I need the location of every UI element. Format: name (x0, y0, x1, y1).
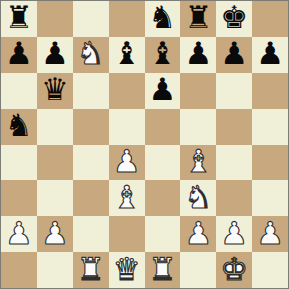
square-a1[interactable] (1, 252, 37, 288)
black-pawn-e6[interactable]: ♟ (149, 74, 177, 105)
square-g1[interactable]: ♚ (216, 252, 252, 288)
square-e8[interactable]: ♞ (145, 1, 181, 37)
square-a2[interactable]: ♟ (1, 216, 37, 252)
black-king-g8[interactable]: ♚ (220, 2, 248, 33)
square-h8[interactable] (252, 1, 288, 37)
white-pawn-f2[interactable]: ♟ (184, 218, 212, 249)
square-b4[interactable] (37, 145, 73, 181)
square-e2[interactable] (145, 216, 181, 252)
square-g2[interactable]: ♟ (216, 216, 252, 252)
white-knight-f3[interactable]: ♞ (184, 182, 212, 213)
square-e7[interactable]: ♝ (145, 37, 181, 73)
square-g3[interactable] (216, 180, 252, 216)
square-e1[interactable]: ♜ (145, 252, 181, 288)
square-b6[interactable]: ♛ (37, 73, 73, 109)
white-pawn-h2[interactable]: ♟ (256, 218, 284, 249)
square-c7[interactable]: ♞ (73, 37, 109, 73)
square-e4[interactable] (145, 145, 181, 181)
white-pawn-g2[interactable]: ♟ (220, 218, 248, 249)
square-g4[interactable] (216, 145, 252, 181)
square-a4[interactable] (1, 145, 37, 181)
square-d2[interactable] (109, 216, 145, 252)
square-g8[interactable]: ♚ (216, 1, 252, 37)
square-c5[interactable] (73, 109, 109, 145)
square-f4[interactable]: ♝ (180, 145, 216, 181)
black-bishop-d7[interactable]: ♝ (113, 38, 141, 69)
square-e6[interactable]: ♟ (145, 73, 181, 109)
square-c1[interactable]: ♜ (73, 252, 109, 288)
square-c4[interactable] (73, 145, 109, 181)
square-h2[interactable]: ♟ (252, 216, 288, 252)
black-knight-e8[interactable]: ♞ (149, 2, 177, 33)
square-g6[interactable] (216, 73, 252, 109)
square-a5[interactable]: ♞ (1, 109, 37, 145)
square-c6[interactable] (73, 73, 109, 109)
square-f1[interactable] (180, 252, 216, 288)
square-b2[interactable]: ♟ (37, 216, 73, 252)
square-g5[interactable] (216, 109, 252, 145)
white-knight-c7[interactable]: ♞ (77, 38, 105, 69)
square-f3[interactable]: ♞ (180, 180, 216, 216)
black-pawn-h7[interactable]: ♟ (256, 38, 284, 69)
black-rook-a8[interactable]: ♜ (5, 2, 33, 33)
square-b5[interactable] (37, 109, 73, 145)
black-pawn-f7[interactable]: ♟ (184, 38, 212, 69)
square-b8[interactable] (37, 1, 73, 37)
black-pawn-a7[interactable]: ♟ (5, 38, 33, 69)
square-f6[interactable] (180, 73, 216, 109)
white-pawn-b2[interactable]: ♟ (41, 218, 69, 249)
square-d3[interactable]: ♝ (109, 180, 145, 216)
square-f2[interactable]: ♟ (180, 216, 216, 252)
white-pawn-a2[interactable]: ♟ (5, 218, 33, 249)
square-h7[interactable]: ♟ (252, 37, 288, 73)
square-a3[interactable] (1, 180, 37, 216)
square-a7[interactable]: ♟ (1, 37, 37, 73)
square-c2[interactable] (73, 216, 109, 252)
white-bishop-f4[interactable]: ♝ (184, 146, 212, 177)
black-pawn-b7[interactable]: ♟ (41, 38, 69, 69)
white-king-g1[interactable]: ♚ (220, 254, 248, 285)
black-knight-a5[interactable]: ♞ (5, 110, 33, 141)
square-f5[interactable] (180, 109, 216, 145)
square-d4[interactable]: ♟ (109, 145, 145, 181)
square-a8[interactable]: ♜ (1, 1, 37, 37)
black-bishop-e7[interactable]: ♝ (149, 38, 177, 69)
square-d5[interactable] (109, 109, 145, 145)
square-f8[interactable]: ♜ (180, 1, 216, 37)
square-g7[interactable]: ♟ (216, 37, 252, 73)
square-e5[interactable] (145, 109, 181, 145)
white-bishop-d3[interactable]: ♝ (113, 182, 141, 213)
square-e3[interactable] (145, 180, 181, 216)
black-pawn-g7[interactable]: ♟ (220, 38, 248, 69)
black-rook-f8[interactable]: ♜ (184, 2, 212, 33)
square-c8[interactable] (73, 1, 109, 37)
square-f7[interactable]: ♟ (180, 37, 216, 73)
square-d1[interactable]: ♛ (109, 252, 145, 288)
square-b1[interactable] (37, 252, 73, 288)
white-queen-d1[interactable]: ♛ (113, 254, 141, 285)
chess-board-frame: ♜♞♜♚♟♟♞♝♝♟♟♟♛♟♞♟♝♝♞♟♟♟♟♟♜♛♜♚ (0, 0, 289, 289)
square-h1[interactable] (252, 252, 288, 288)
square-h3[interactable] (252, 180, 288, 216)
white-rook-e1[interactable]: ♜ (149, 254, 177, 285)
square-b7[interactable]: ♟ (37, 37, 73, 73)
square-h6[interactable] (252, 73, 288, 109)
square-a6[interactable] (1, 73, 37, 109)
white-rook-c1[interactable]: ♜ (77, 254, 105, 285)
square-d6[interactable] (109, 73, 145, 109)
square-d8[interactable] (109, 1, 145, 37)
white-pawn-d4[interactable]: ♟ (113, 146, 141, 177)
black-queen-b6[interactable]: ♛ (41, 74, 69, 105)
square-c3[interactable] (73, 180, 109, 216)
square-b3[interactable] (37, 180, 73, 216)
chess-board: ♜♞♜♚♟♟♞♝♝♟♟♟♛♟♞♟♝♝♞♟♟♟♟♟♜♛♜♚ (1, 1, 288, 288)
square-h5[interactable] (252, 109, 288, 145)
square-d7[interactable]: ♝ (109, 37, 145, 73)
square-h4[interactable] (252, 145, 288, 181)
